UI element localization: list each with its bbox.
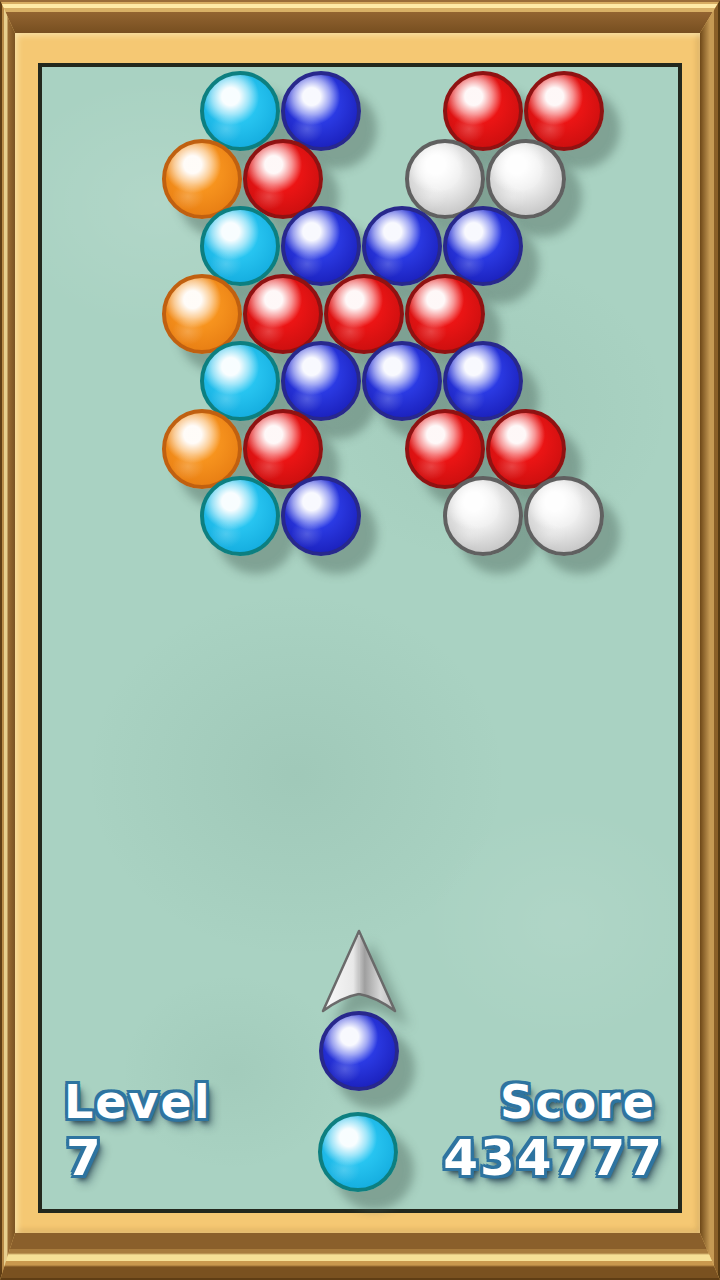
level-value: 7 xyxy=(66,1129,103,1187)
bubble-blue xyxy=(362,206,442,286)
bubble-cyan xyxy=(200,476,280,556)
bubble-blue xyxy=(281,206,361,286)
bubble-cyan xyxy=(200,341,280,421)
bubble-white xyxy=(524,476,604,556)
current-bubble[interactable] xyxy=(319,1011,399,1091)
game-board[interactable]: Level 7 Score 434777 xyxy=(38,63,682,1213)
bubble-white xyxy=(486,139,566,219)
level-label: Level xyxy=(64,1075,211,1129)
score-value: 434777 xyxy=(443,1129,664,1187)
bubble-blue xyxy=(281,476,361,556)
frame-right xyxy=(700,0,720,1280)
bubble-blue xyxy=(281,341,361,421)
frame-bottom xyxy=(0,1233,720,1280)
frame-left xyxy=(0,0,15,1280)
bubble-blue xyxy=(443,206,523,286)
bubble-white xyxy=(443,476,523,556)
next-bubble xyxy=(318,1112,398,1192)
bubble-red xyxy=(443,71,523,151)
bubble-cyan xyxy=(200,206,280,286)
bubble-blue xyxy=(362,341,442,421)
shooter-arrow-icon[interactable] xyxy=(319,929,399,1015)
bubble-blue xyxy=(443,341,523,421)
frame-top xyxy=(0,0,720,33)
bubble-blue xyxy=(281,71,361,151)
bubble-red xyxy=(524,71,604,151)
game-window: Level 7 Score 434777 xyxy=(0,0,720,1280)
score-label: Score xyxy=(500,1075,656,1129)
bubble-cyan xyxy=(200,71,280,151)
